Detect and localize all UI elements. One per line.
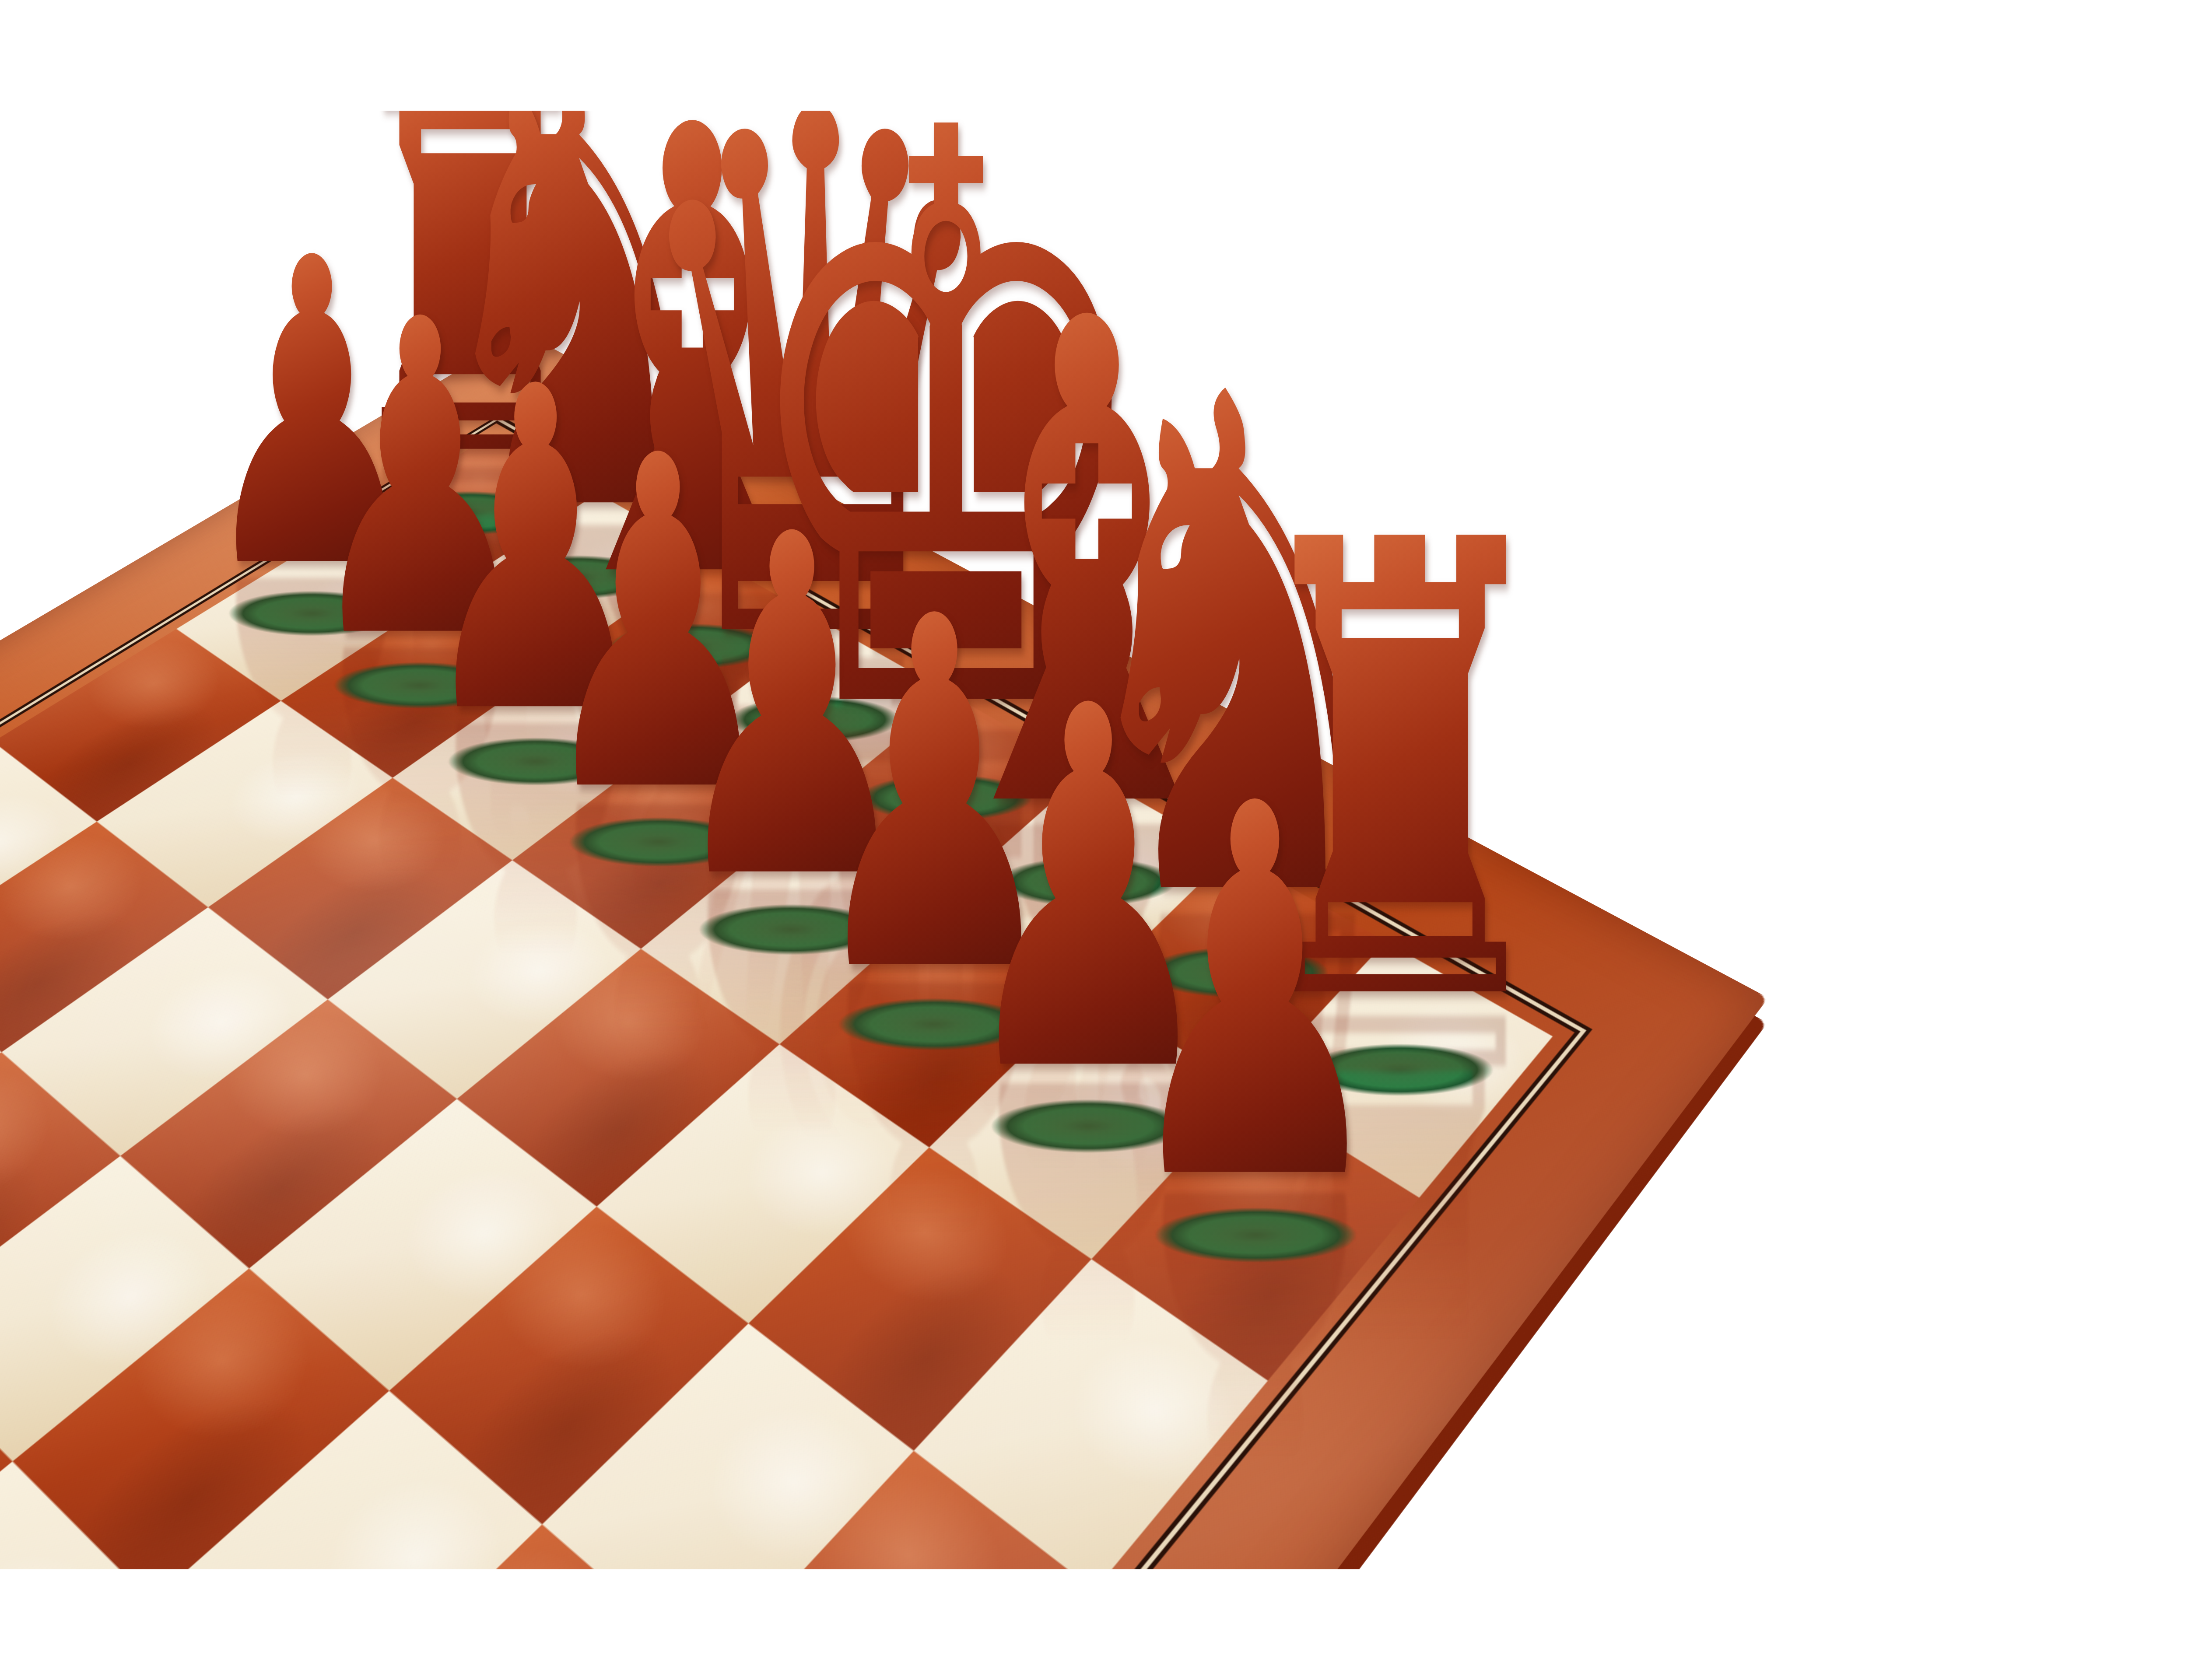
square-a4[interactable]	[0, 742, 97, 956]
photo-stage: ♜♜♞♞♝♝♛♛♚♚♝♝♞♞♜♜♟♟♟♟♟♟♟♟♟♟♟♟♟♟♟♟	[0, 111, 2188, 1569]
square-b4[interactable]	[0, 822, 208, 1052]
piece-red-pawn-h2[interactable]: ♟	[1118, 740, 1393, 1251]
